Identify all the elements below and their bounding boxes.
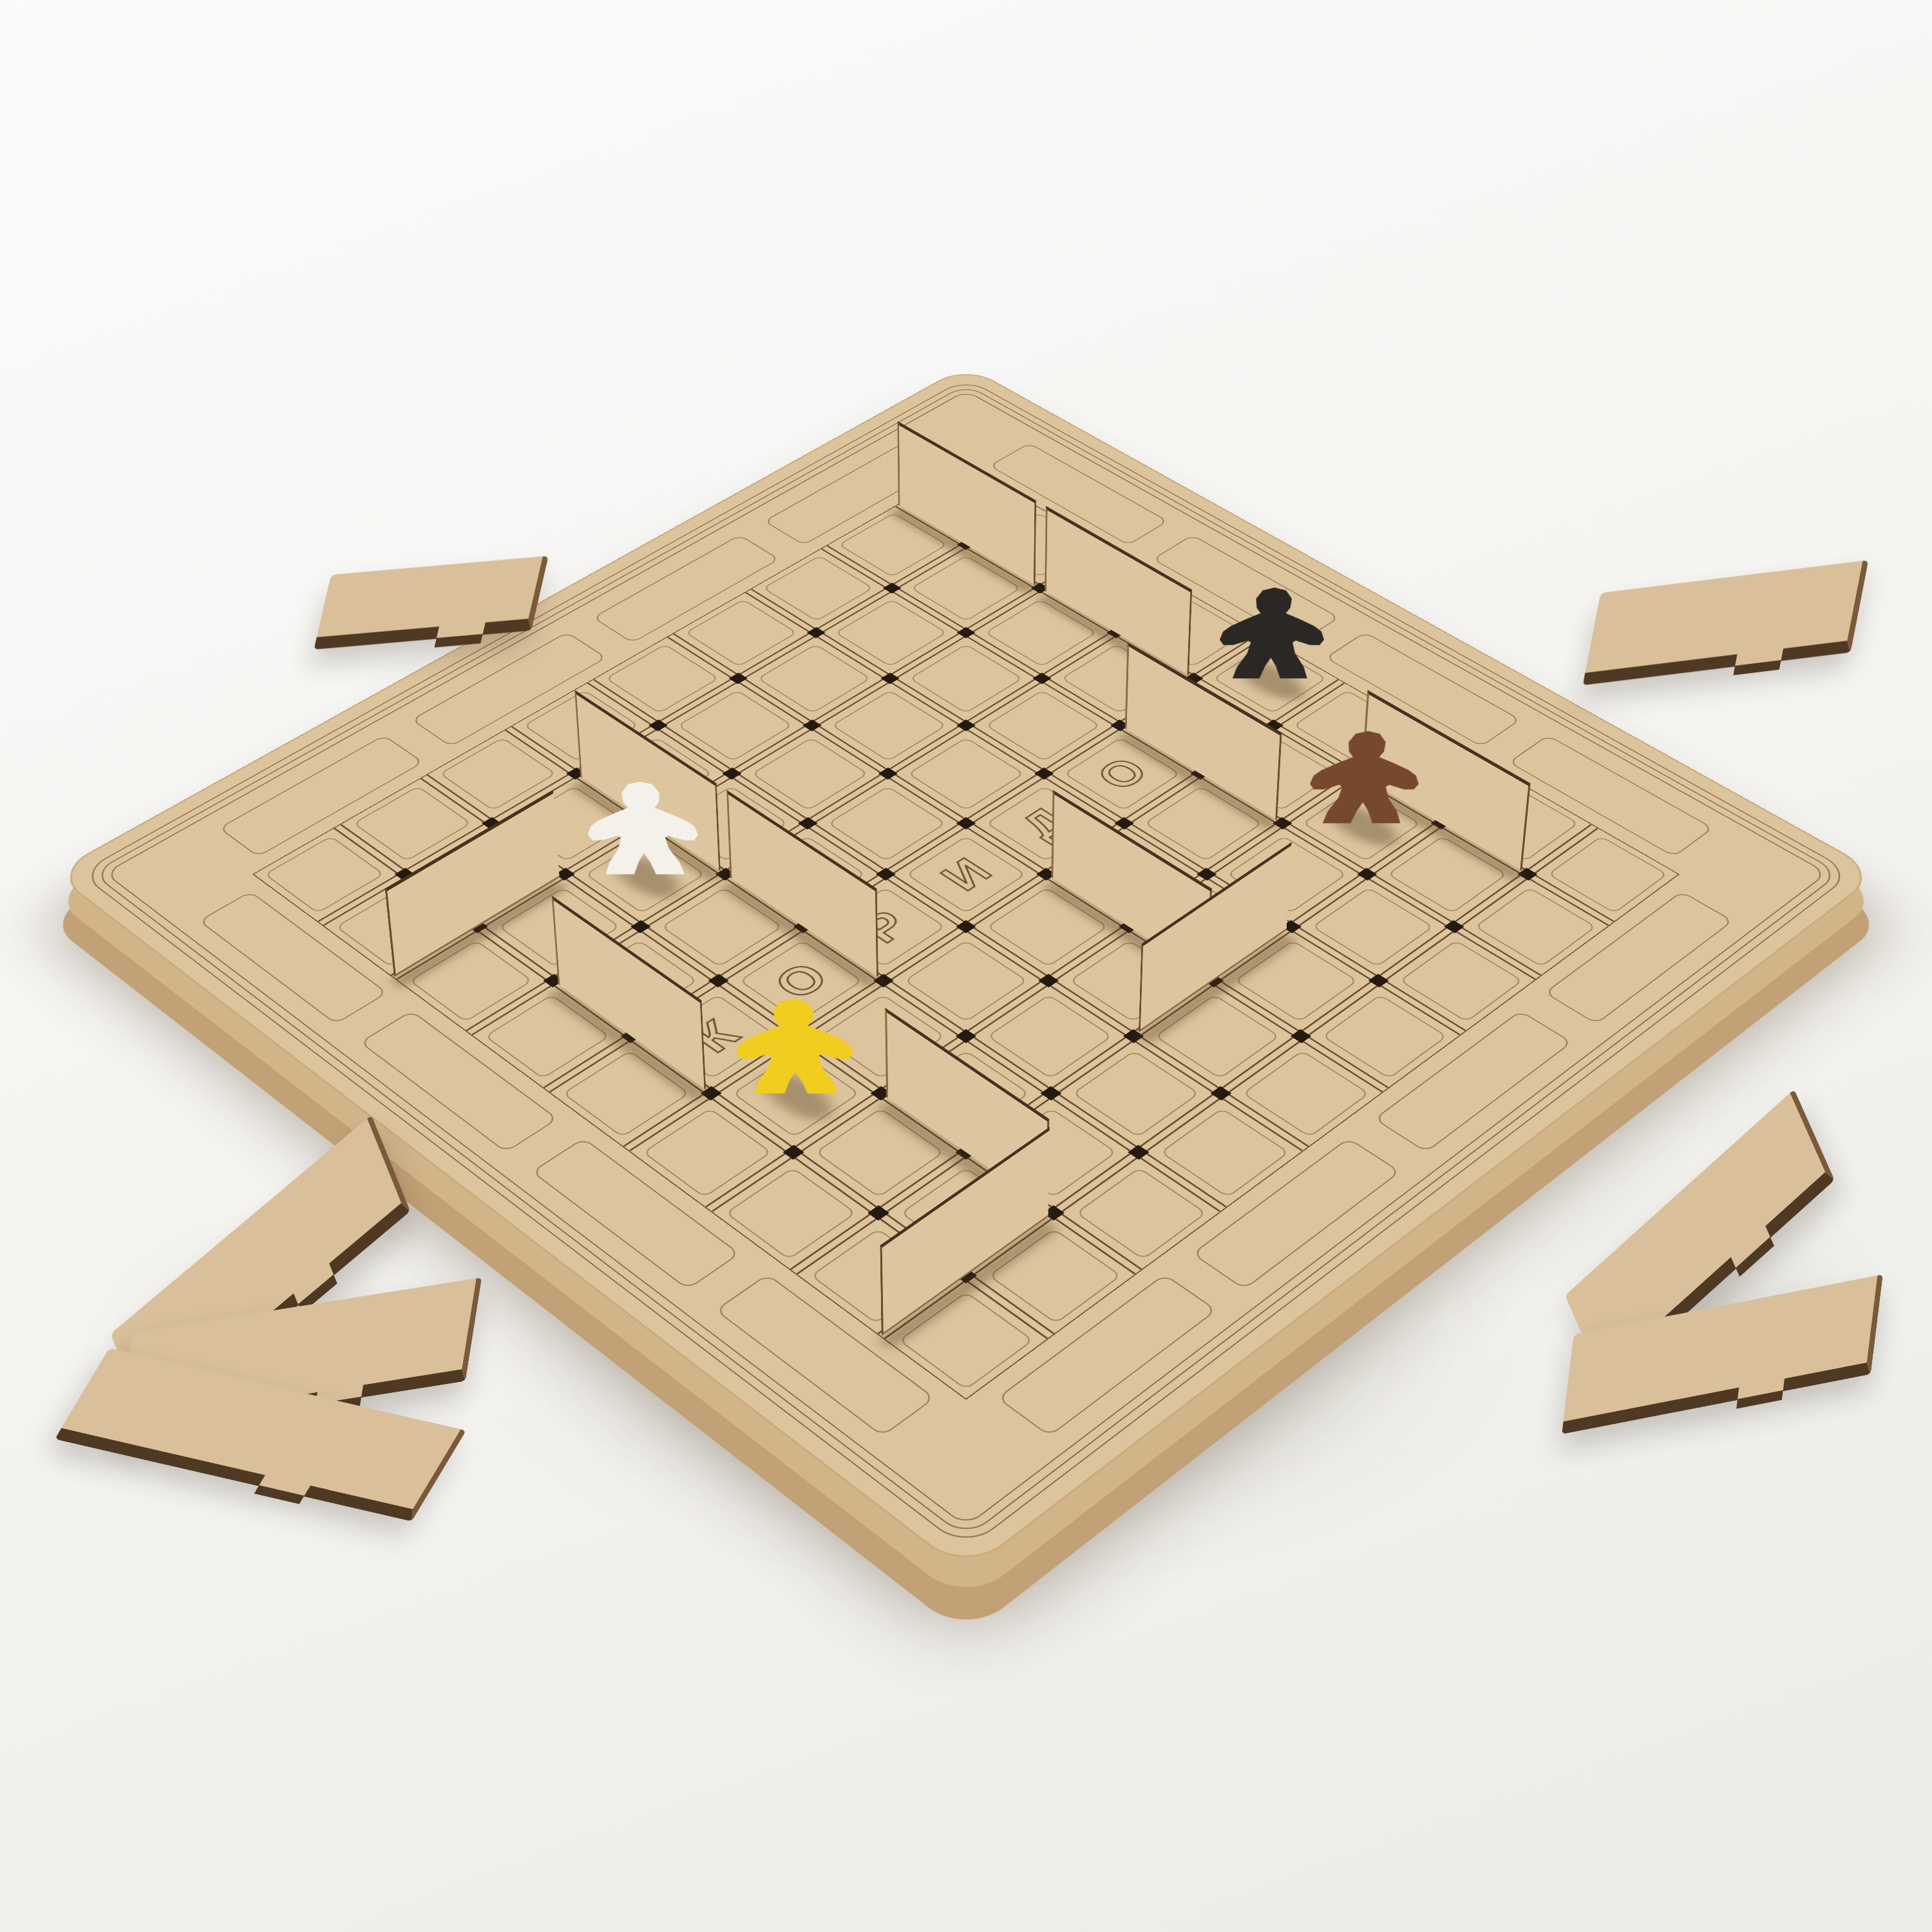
cell-engraving [907, 737, 1025, 811]
cell-engraving [1475, 887, 1596, 967]
cell-d3[interactable] [976, 987, 1123, 1086]
cell-e5[interactable] [896, 829, 1036, 920]
table-surface: КОРИДОР [0, 0, 1932, 1932]
wall-tile-notch [435, 620, 486, 647]
photo-scene: КОРИДОР [0, 0, 1932, 1932]
